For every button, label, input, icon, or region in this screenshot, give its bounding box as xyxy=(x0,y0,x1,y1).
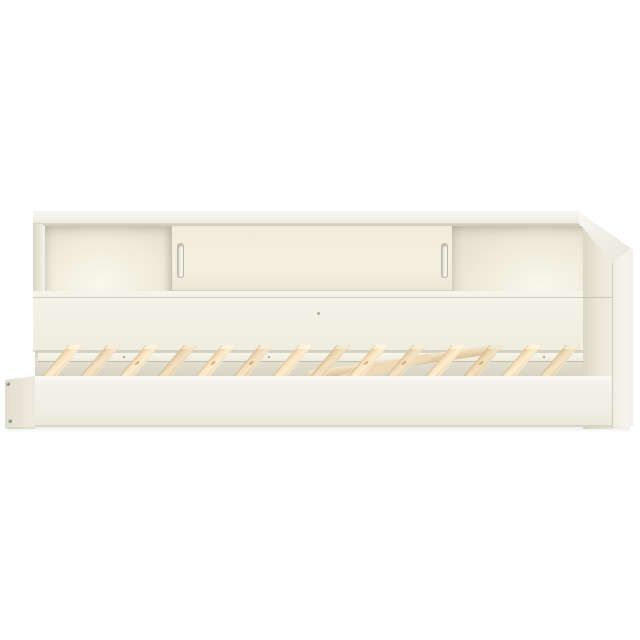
headboard-top-panel xyxy=(33,211,579,224)
product-photo xyxy=(0,0,640,640)
rail-screw xyxy=(543,356,545,358)
shelf-seam-line xyxy=(33,297,612,298)
sliding-door xyxy=(171,226,452,292)
inner-side-rail xyxy=(38,353,583,362)
door-handle-slot-left xyxy=(177,243,184,278)
panel-fitting-dot xyxy=(317,312,320,315)
end-panel-screw xyxy=(6,382,10,386)
rail-screw xyxy=(268,356,270,358)
bed-front-rail xyxy=(30,376,612,427)
corner-outer-face xyxy=(612,249,633,428)
left-storage-compartment xyxy=(45,226,171,291)
rail-screw xyxy=(123,356,125,358)
headboard-lower-panel xyxy=(33,291,583,352)
floor-shadow xyxy=(8,427,630,433)
right-storage-compartment xyxy=(452,226,583,291)
end-panel-screw xyxy=(8,419,12,423)
door-handle-slot-right xyxy=(441,243,448,278)
